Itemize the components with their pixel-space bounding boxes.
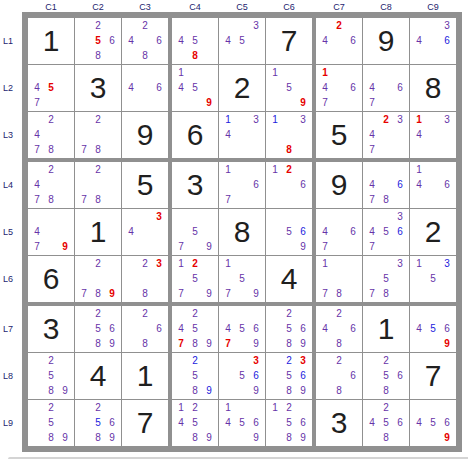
candidate-4: 4 [365,128,379,143]
candidate-7: 7 [77,286,91,301]
empty-candidate-slot [268,430,282,445]
candidate-6: 6 [152,34,166,49]
cell-L5C3[interactable]: 34 [122,209,168,255]
empty-candidate-slot [44,128,58,143]
candidate-1: 1 [174,257,188,272]
cell-L2C7[interactable]: 1467 [316,65,362,111]
empty-candidate-slot [124,66,138,81]
candidate-3: 3 [152,257,166,272]
cell-L2C8[interactable]: 467 [363,65,409,111]
empty-candidate-slot [58,95,72,110]
candidate-6: 6 [346,34,360,49]
candidate-grid: 569 [266,209,312,255]
empty-candidate-slot [202,81,216,96]
candidate-grid: 126 [266,162,312,208]
column-label-C9: C9 [410,0,456,12]
cell-L1C7[interactable]: 246 [316,18,362,64]
cell-L7C2[interactable]: 25689 [75,306,121,352]
empty-candidate-slot [379,81,393,96]
empty-candidate-slot [235,354,249,369]
column-label-C1: C1 [28,0,74,12]
empty-candidate-slot [221,369,235,384]
column-label-C3: C3 [122,0,168,12]
column-label-C8: C8 [363,0,409,12]
candidate-8: 8 [332,286,346,301]
candidate-1: 1 [221,401,235,416]
candidate-9: 9 [440,430,454,445]
cell-L7C1[interactable]: 3 [28,306,74,352]
empty-candidate-slot [58,113,72,128]
empty-candidate-slot [138,81,152,96]
empty-candidate-slot [346,257,360,272]
empty-candidate-slot [426,307,440,322]
empty-candidate-slot [58,354,72,369]
cell-L3C2[interactable]: 278 [75,112,121,158]
empty-candidate-slot [221,19,235,34]
empty-candidate-slot [426,257,440,272]
candidate-9: 9 [202,95,216,110]
candidate-grid: 138 [266,112,312,158]
candidate-8: 8 [332,336,346,351]
empty-candidate-slot [379,128,393,143]
cell-L6C7[interactable]: 178 [316,256,362,302]
empty-candidate-slot [77,128,91,143]
cell-L5C1[interactable]: 479 [28,209,74,255]
bottom-panel-edge [8,457,468,459]
empty-candidate-slot [249,163,263,178]
cell-L8C6[interactable]: 235689 [266,353,312,399]
cell-L6C2[interactable]: 2789 [75,256,121,302]
candidate-grid: 2568 [363,353,409,399]
candidate-grid: 458 [172,18,218,64]
cell-L1C9[interactable]: 346 [410,18,456,64]
cell-L8C3[interactable]: 1 [122,353,168,399]
cell-L4C1[interactable]: 2478 [28,162,74,208]
empty-candidate-slot [124,286,138,301]
empty-candidate-slot [77,272,91,287]
empty-candidate-slot [152,19,166,34]
candidate-grid: 159 [266,65,312,111]
empty-candidate-slot [30,416,44,431]
cell-L9C7[interactable]: 3 [316,400,362,446]
empty-candidate-slot [346,354,360,369]
candidate-8: 8 [188,430,202,445]
empty-candidate-slot [105,257,119,272]
empty-candidate-slot [379,142,393,157]
cell-L4C4[interactable]: 3 [172,162,218,208]
candidate-5: 5 [235,272,249,287]
empty-candidate-slot [105,178,119,193]
empty-candidate-slot [202,48,216,63]
candidate-7: 7 [318,286,332,301]
empty-candidate-slot [58,163,72,178]
candidate-7: 7 [318,239,332,254]
cell-L6C1[interactable]: 6 [28,256,74,302]
cell-L1C2[interactable]: 2568 [75,18,121,64]
candidate-2: 2 [91,19,105,34]
candidate-8: 8 [188,48,202,63]
empty-candidate-slot [30,430,44,445]
candidate-5: 5 [282,225,296,240]
cell-L2C3[interactable]: 46 [122,65,168,111]
empty-candidate-slot [105,48,119,63]
cell-L4C3[interactable]: 5 [122,162,168,208]
candidate-8: 8 [91,192,105,207]
candidate-8: 8 [91,430,105,445]
cell-L7C3[interactable]: 268 [122,306,168,352]
cell-L3C1[interactable]: 2478 [28,112,74,158]
candidate-7: 7 [174,286,188,301]
candidate-2: 2 [379,113,393,128]
empty-candidate-slot [268,239,282,254]
empty-candidate-slot [138,66,152,81]
cell-L3C5[interactable]: 134 [219,112,265,158]
empty-candidate-slot [138,210,152,225]
cell-L3C4[interactable]: 6 [172,112,218,158]
empty-candidate-slot [282,128,296,143]
empty-candidate-slot [296,128,310,143]
column-label-C2: C2 [75,0,121,12]
candidate-8: 8 [138,286,152,301]
empty-candidate-slot [77,34,91,49]
candidate-grid: 579 [172,209,218,255]
empty-candidate-slot [188,95,202,110]
candidate-9: 9 [58,430,72,445]
candidate-grid: 1579 [219,256,265,302]
candidate-5: 5 [44,416,58,431]
candidate-6: 6 [393,178,407,193]
empty-candidate-slot [268,336,282,351]
candidate-grid: 3569 [219,353,265,399]
cell-L6C4[interactable]: 12579 [172,256,218,302]
cell-L5C4[interactable]: 579 [172,209,218,255]
empty-candidate-slot [365,354,379,369]
candidate-2: 2 [188,354,202,369]
candidate-7: 7 [365,286,379,301]
empty-candidate-slot [77,163,91,178]
cell-L5C7[interactable]: 467 [316,209,362,255]
cell-L1C5[interactable]: 345 [219,18,265,64]
candidate-9: 9 [202,239,216,254]
candidate-4: 4 [318,225,332,240]
cell-L1C8[interactable]: 9 [363,18,409,64]
candidate-grid: 2478 [28,112,74,158]
cell-L2C4[interactable]: 1459 [172,65,218,111]
cell-L6C6[interactable]: 4 [266,256,312,302]
empty-candidate-slot [58,128,72,143]
candidate-2: 2 [44,113,58,128]
cell-L9C5[interactable]: 14569 [219,400,265,446]
candidate-grid: 467 [316,209,362,255]
empty-candidate-slot [332,210,346,225]
empty-candidate-slot [124,322,138,337]
cell-L4C7[interactable]: 9 [316,162,362,208]
empty-candidate-slot [138,225,152,240]
empty-candidate-slot [152,336,166,351]
empty-candidate-slot [235,401,249,416]
empty-candidate-slot [426,34,440,49]
candidate-3: 3 [393,113,407,128]
sudoku-board: 1256824684583457246934645734614592159146… [22,12,462,452]
empty-candidate-slot [393,95,407,110]
empty-candidate-slot [188,239,202,254]
empty-candidate-slot [58,416,72,431]
cell-L9C8[interactable]: 24568 [363,400,409,446]
candidate-8: 8 [91,142,105,157]
empty-candidate-slot [124,95,138,110]
candidate-2: 2 [332,354,346,369]
cell-L6C8[interactable]: 3578 [363,256,409,302]
cell-L5C6[interactable]: 569 [266,209,312,255]
candidate-4: 4 [174,34,188,49]
empty-candidate-slot [379,163,393,178]
candidate-6: 6 [296,225,310,240]
candidate-5: 5 [188,225,202,240]
cell-L3C6[interactable]: 138 [266,112,312,158]
empty-candidate-slot [412,286,426,301]
empty-candidate-slot [105,19,119,34]
candidate-6: 6 [152,322,166,337]
empty-candidate-slot [202,307,216,322]
empty-candidate-slot [58,210,72,225]
cell-L1C4[interactable]: 458 [172,18,218,64]
candidate-8: 8 [282,430,296,445]
candidate-1: 1 [412,163,426,178]
candidate-4: 4 [30,178,44,193]
candidate-grid: 25689 [75,306,121,352]
empty-candidate-slot [332,225,346,240]
candidate-9: 9 [105,336,119,351]
cell-L3C8[interactable]: 2347 [363,112,409,158]
empty-candidate-slot [268,210,282,225]
solved-digit: 2 [410,209,456,255]
candidate-6: 6 [346,225,360,240]
candidate-2: 2 [282,307,296,322]
cell-L2C5[interactable]: 2 [219,65,265,111]
empty-candidate-slot [440,286,454,301]
empty-candidate-slot [138,95,152,110]
cell-L2C2[interactable]: 3 [75,65,121,111]
solved-digit: 3 [316,400,362,446]
candidate-4: 4 [365,81,379,96]
candidate-9: 9 [296,95,310,110]
candidate-5: 5 [188,81,202,96]
empty-candidate-slot [77,401,91,416]
empty-candidate-slot [426,142,440,157]
cell-L3C3[interactable]: 9 [122,112,168,158]
cell-L4C5[interactable]: 167 [219,162,265,208]
cell-L2C6[interactable]: 159 [266,65,312,111]
cell-L5C5[interactable]: 8 [219,209,265,255]
candidate-5: 5 [44,369,58,384]
candidate-4: 4 [365,416,379,431]
empty-candidate-slot [202,322,216,337]
empty-candidate-slot [296,192,310,207]
candidate-8: 8 [44,430,58,445]
cell-L9C6[interactable]: 125689 [266,400,312,446]
cell-L7C9[interactable]: 4569 [410,306,456,352]
solved-digit: 5 [122,162,168,208]
cell-L9C3[interactable]: 7 [122,400,168,446]
candidate-5: 5 [188,272,202,287]
candidate-5: 5 [91,34,105,49]
empty-candidate-slot [44,178,58,193]
empty-candidate-slot [30,113,44,128]
cell-L1C6[interactable]: 7 [266,18,312,64]
candidate-1: 1 [174,401,188,416]
cell-L8C4[interactable]: 2589 [172,353,218,399]
candidate-8: 8 [44,192,58,207]
empty-candidate-slot [268,142,282,157]
candidate-5: 5 [91,416,105,431]
candidate-grid: 238 [122,256,168,302]
candidate-9: 9 [296,336,310,351]
candidate-9: 9 [105,430,119,445]
candidate-6: 6 [296,416,310,431]
candidate-grid: 4569 [410,306,456,352]
cell-L7C6[interactable]: 25689 [266,306,312,352]
cell-L6C5[interactable]: 1579 [219,256,265,302]
candidate-grid: 2589 [28,353,74,399]
cell-L7C5[interactable]: 45679 [219,306,265,352]
cell-L8C5[interactable]: 3569 [219,353,265,399]
row-label-L8: L8 [0,353,22,399]
solved-digit: 8 [219,209,265,255]
cell-L7C7[interactable]: 2468 [316,306,362,352]
candidate-6: 6 [393,225,407,240]
cell-L7C4[interactable]: 245789 [172,306,218,352]
empty-candidate-slot [105,142,119,157]
candidate-2: 2 [91,307,105,322]
candidate-7: 7 [174,239,188,254]
cell-L3C9[interactable]: 134 [410,112,456,158]
empty-candidate-slot [202,225,216,240]
cell-L8C9[interactable]: 7 [410,353,456,399]
cell-L5C8[interactable]: 34567 [363,209,409,255]
empty-candidate-slot [318,354,332,369]
cell-L1C1[interactable]: 1 [28,18,74,64]
cell-L5C2[interactable]: 1 [75,209,121,255]
candidate-2: 2 [188,257,202,272]
candidate-grid: 34567 [363,209,409,255]
cell-L4C2[interactable]: 278 [75,162,121,208]
cell-L2C9[interactable]: 8 [410,65,456,111]
candidate-grid: 14569 [219,400,265,446]
cell-L8C8[interactable]: 2568 [363,353,409,399]
cell-L9C1[interactable]: 2589 [28,400,74,446]
empty-candidate-slot [202,34,216,49]
empty-candidate-slot [268,128,282,143]
cell-L6C3[interactable]: 238 [122,256,168,302]
cell-L3C7[interactable]: 5 [316,112,362,158]
candidate-5: 5 [379,416,393,431]
empty-candidate-slot [318,272,332,287]
candidate-5: 5 [282,322,296,337]
cell-L4C9[interactable]: 146 [410,162,456,208]
candidate-2: 2 [44,401,58,416]
candidate-4: 4 [30,225,44,240]
empty-candidate-slot [393,66,407,81]
candidate-grid: 134 [410,112,456,158]
candidate-6: 6 [296,369,310,384]
candidate-grid: 178 [316,256,362,302]
cell-L8C1[interactable]: 2589 [28,353,74,399]
empty-candidate-slot [282,113,296,128]
candidate-grid: 4569 [410,400,456,446]
cell-L2C1[interactable]: 457 [28,65,74,111]
solved-digit: 1 [28,18,74,64]
candidate-5: 5 [282,369,296,384]
empty-candidate-slot [379,178,393,193]
candidate-7: 7 [30,95,44,110]
candidate-9: 9 [296,383,310,398]
empty-candidate-slot [124,257,138,272]
candidate-4: 4 [412,322,426,337]
empty-candidate-slot [249,257,263,272]
candidate-1: 1 [268,66,282,81]
candidate-4: 4 [174,81,188,96]
empty-candidate-slot [202,66,216,81]
candidate-1: 1 [221,163,235,178]
empty-candidate-slot [318,383,332,398]
cell-L4C6[interactable]: 126 [266,162,312,208]
empty-candidate-slot [77,113,91,128]
empty-candidate-slot [282,210,296,225]
empty-candidate-slot [296,401,310,416]
candidate-5: 5 [379,272,393,287]
empty-candidate-slot [235,142,249,157]
empty-candidate-slot [426,192,440,207]
candidate-2: 2 [282,401,296,416]
empty-candidate-slot [365,257,379,272]
candidate-grid: 12579 [172,256,218,302]
empty-candidate-slot [221,178,235,193]
empty-candidate-slot [426,163,440,178]
empty-candidate-slot [138,239,152,254]
cell-L9C2[interactable]: 25689 [75,400,121,446]
empty-candidate-slot [393,383,407,398]
empty-candidate-slot [235,48,249,63]
cell-L6C9[interactable]: 135 [410,256,456,302]
cell-L9C9[interactable]: 4569 [410,400,456,446]
row-label-L7: L7 [0,306,22,352]
candidate-grid: 2789 [75,256,121,302]
candidate-8: 8 [188,383,202,398]
cell-L4C8[interactable]: 4678 [363,162,409,208]
candidate-2: 2 [379,354,393,369]
empty-candidate-slot [221,142,235,157]
empty-candidate-slot [332,34,346,49]
cell-L8C7[interactable]: 268 [316,353,362,399]
candidate-6: 6 [440,322,454,337]
cell-L5C9[interactable]: 2 [410,209,456,255]
empty-candidate-slot [105,192,119,207]
cell-L1C3[interactable]: 2468 [122,18,168,64]
empty-candidate-slot [332,48,346,63]
empty-candidate-slot [426,430,440,445]
candidate-8: 8 [332,383,346,398]
empty-candidate-slot [138,34,152,49]
empty-candidate-slot [296,81,310,96]
empty-candidate-slot [346,19,360,34]
cell-L9C4[interactable]: 124589 [172,400,218,446]
cell-L8C2[interactable]: 4 [75,353,121,399]
cell-L7C8[interactable]: 1 [363,306,409,352]
candidate-7: 7 [365,95,379,110]
candidate-6: 6 [249,416,263,431]
empty-candidate-slot [393,128,407,143]
candidate-7: 7 [365,142,379,157]
